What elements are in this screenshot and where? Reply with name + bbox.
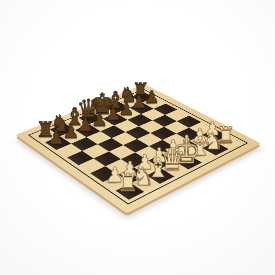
- board-grid: [35, 92, 241, 200]
- chess-set-photo: ♜♞♝♛♚♝♞♜♟♟♟♟♟♟♟♟♟♟♟♟♟♟♟♟♜♞♝♛♚♝♞♜: [0, 0, 275, 275]
- chess-board: [16, 84, 262, 213]
